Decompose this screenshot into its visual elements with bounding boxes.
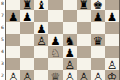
square-d4[interactable]: ♘ — [48, 46, 62, 58]
square-c3[interactable] — [34, 58, 48, 70]
square-d7[interactable] — [48, 10, 62, 22]
square-e7[interactable] — [63, 10, 77, 22]
square-b7[interactable]: ♟ — [20, 10, 34, 22]
square-d8[interactable] — [48, 0, 62, 10]
square-a7[interactable]: ♟ — [6, 10, 20, 22]
square-g7[interactable]: ♟ — [91, 10, 105, 22]
square-f7[interactable] — [77, 10, 91, 22]
white-king-h2: ♔ — [107, 71, 117, 80]
square-f5[interactable] — [77, 34, 91, 46]
square-b4[interactable] — [20, 46, 34, 58]
black-pawn-h7: ♟ — [107, 11, 117, 23]
square-c4[interactable] — [34, 46, 48, 58]
square-a5[interactable] — [6, 34, 20, 46]
white-pawn-e2: ♙ — [64, 71, 74, 80]
square-f8[interactable]: ♜ — [77, 0, 91, 10]
square-g2[interactable]: ♙ — [91, 70, 105, 80]
square-b5[interactable] — [20, 34, 34, 46]
square-c8[interactable]: ♝ — [34, 0, 48, 10]
square-a4[interactable] — [6, 46, 20, 58]
square-b6[interactable] — [20, 22, 34, 34]
black-queen-g5: ♛ — [93, 35, 103, 47]
black-bishop-c8: ♝ — [36, 0, 46, 11]
square-f4[interactable] — [77, 46, 91, 58]
square-f6[interactable] — [77, 22, 91, 34]
square-f2[interactable]: ♙ — [77, 70, 91, 80]
white-queen-d2: ♕ — [50, 71, 60, 80]
white-knight-d4: ♘ — [50, 47, 60, 59]
square-a6[interactable] — [6, 22, 20, 34]
black-pawn-a7: ♟ — [8, 11, 18, 23]
square-b2[interactable]: ♙ — [20, 70, 34, 80]
square-h2[interactable]: ♔ — [105, 70, 119, 80]
chess-board: ♜♝♜♚♟♟♟♟♟♙♟♞♛♘♟♙♙♙♙♕♙♙♙♔ — [5, 0, 120, 80]
square-c2[interactable] — [34, 70, 48, 80]
square-a2[interactable]: ♙ — [6, 70, 20, 80]
square-c5[interactable]: ♙ — [34, 34, 48, 46]
square-g5[interactable]: ♛ — [91, 34, 105, 46]
square-e2[interactable]: ♙ — [63, 70, 77, 80]
square-h5[interactable] — [105, 34, 119, 46]
chess-diagram: 87654321 ♜♝♜♚♟♟♟♟♟♙♟♞♛♘♟♙♙♙♙♕♙♙♙♔ — [0, 0, 120, 80]
black-rook-f8: ♜ — [79, 0, 89, 11]
white-pawn-b2: ♙ — [22, 71, 32, 80]
white-pawn-a2: ♙ — [8, 71, 18, 80]
square-g4[interactable] — [91, 46, 105, 58]
white-pawn-c5: ♙ — [36, 35, 46, 47]
black-pawn-g7: ♟ — [93, 11, 103, 23]
square-d2[interactable]: ♕ — [48, 70, 62, 80]
white-pawn-g2: ♙ — [93, 71, 103, 80]
black-pawn-b7: ♟ — [22, 11, 32, 23]
white-pawn-f2: ♙ — [79, 71, 89, 80]
square-h7[interactable]: ♟ — [105, 10, 119, 22]
square-e8[interactable] — [63, 0, 77, 10]
square-h6[interactable] — [105, 22, 119, 34]
